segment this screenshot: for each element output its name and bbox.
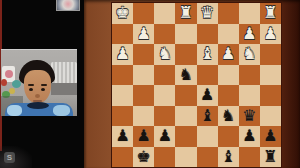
piece-black-pawn: ♟ — [200, 87, 214, 103]
piece-white-pawn: ♟ — [242, 26, 256, 42]
video-call-panel: S — [0, 0, 84, 168]
square-a2[interactable]: ♟ — [260, 24, 281, 45]
square-a7[interactable]: ♟ — [260, 126, 281, 147]
person-eyebrow-left — [28, 84, 34, 86]
square-h5[interactable] — [112, 85, 133, 106]
square-c4[interactable] — [218, 65, 239, 86]
person-face — [24, 70, 51, 103]
square-g7[interactable]: ♟ — [133, 126, 154, 147]
piece-white-rook: ♜ — [179, 5, 193, 21]
piece-black-pawn: ♟ — [137, 128, 151, 144]
piece-white-queen: ♛ — [200, 5, 214, 21]
square-e8[interactable] — [175, 147, 196, 168]
square-a3[interactable] — [260, 44, 281, 65]
piece-white-knight: ♞ — [158, 46, 172, 62]
square-g3[interactable] — [133, 44, 154, 65]
radiator — [51, 62, 77, 84]
piece-black-pawn: ♟ — [242, 128, 256, 144]
watermark-letter: S — [7, 154, 12, 162]
person-nose — [35, 94, 40, 98]
square-a1[interactable]: ♜ — [260, 3, 281, 24]
square-d6[interactable]: ♝ — [197, 106, 218, 127]
piece-black-pawn: ♟ — [158, 128, 172, 144]
square-d5[interactable]: ♟ — [197, 85, 218, 106]
square-c7[interactable] — [218, 126, 239, 147]
square-c6[interactable]: ♞ — [218, 106, 239, 127]
square-d3[interactable]: ♝ — [197, 44, 218, 65]
square-h8[interactable] — [112, 147, 133, 168]
square-f8[interactable] — [154, 147, 175, 168]
square-c1[interactable] — [218, 3, 239, 24]
square-e2[interactable] — [175, 24, 196, 45]
square-a5[interactable] — [260, 85, 281, 106]
square-f6[interactable] — [154, 106, 175, 127]
chin-shadow — [27, 102, 49, 109]
piece-white-rook: ♜ — [263, 5, 277, 21]
square-e5[interactable] — [175, 85, 196, 106]
square-f2[interactable] — [154, 24, 175, 45]
person-eye-left — [29, 88, 33, 91]
square-h4[interactable] — [112, 65, 133, 86]
square-e1[interactable]: ♜ — [175, 3, 196, 24]
square-b7[interactable]: ♟ — [239, 126, 260, 147]
square-b8[interactable] — [239, 147, 260, 168]
skype-watermark-icon: S — [4, 152, 15, 163]
shirt-pattern-right — [53, 105, 70, 116]
piece-black-knight: ♞ — [179, 67, 193, 83]
square-f1[interactable] — [154, 3, 175, 24]
square-h7[interactable]: ♟ — [112, 126, 133, 147]
square-g2[interactable]: ♟ — [133, 24, 154, 45]
square-h1[interactable]: ♚ — [112, 3, 133, 24]
square-d8[interactable] — [197, 147, 218, 168]
square-g8[interactable]: ♚ — [133, 147, 154, 168]
square-d2[interactable] — [197, 24, 218, 45]
square-b4[interactable] — [239, 65, 260, 86]
square-e7[interactable] — [175, 126, 196, 147]
square-f3[interactable]: ♞ — [154, 44, 175, 65]
square-a6[interactable] — [260, 106, 281, 127]
square-a8[interactable]: ♜ — [260, 147, 281, 168]
participant-video-small[interactable] — [56, 0, 80, 11]
radiator-shadow — [51, 83, 77, 95]
square-h2[interactable] — [112, 24, 133, 45]
square-c5[interactable] — [218, 85, 239, 106]
piece-white-king: ♚ — [115, 5, 129, 21]
square-c3[interactable]: ♟ — [218, 44, 239, 65]
square-d1[interactable]: ♛ — [197, 3, 218, 24]
square-f4[interactable] — [154, 65, 175, 86]
square-d7[interactable] — [197, 126, 218, 147]
square-g6[interactable] — [133, 106, 154, 127]
piece-black-pawn: ♟ — [263, 128, 277, 144]
square-c2[interactable] — [218, 24, 239, 45]
square-b2[interactable]: ♟ — [239, 24, 260, 45]
square-h3[interactable]: ♟ — [112, 44, 133, 65]
piece-black-rook: ♜ — [263, 149, 277, 165]
piece-black-knight: ♞ — [221, 108, 235, 124]
square-g5[interactable] — [133, 85, 154, 106]
square-b1[interactable] — [239, 3, 260, 24]
square-d4[interactable] — [197, 65, 218, 86]
chess-board: ♚♜♛♜♟♟♟♟♞♝♟♞♞♟♝♞♛♟♟♟♟♟♚♝♜ — [111, 2, 282, 168]
piece-white-pawn: ♟ — [263, 26, 277, 42]
piece-black-bishop: ♝ — [200, 108, 214, 124]
shirt-pattern-left — [7, 105, 22, 116]
square-f7[interactable]: ♟ — [154, 126, 175, 147]
square-h6[interactable] — [112, 106, 133, 127]
square-e6[interactable] — [175, 106, 196, 127]
square-g1[interactable] — [133, 3, 154, 24]
square-e4[interactable]: ♞ — [175, 65, 196, 86]
piece-white-pawn: ♟ — [221, 46, 235, 62]
person-eye-right — [41, 88, 45, 91]
piece-white-pawn: ♟ — [115, 46, 129, 62]
square-f5[interactable] — [154, 85, 175, 106]
piece-black-queen: ♛ — [242, 108, 256, 124]
participant-video-main[interactable] — [1, 49, 77, 116]
piece-black-bishop: ♝ — [221, 149, 235, 165]
piece-black-king: ♚ — [137, 149, 151, 165]
person-eyebrow-right — [41, 84, 47, 86]
piece-white-bishop: ♝ — [200, 46, 214, 62]
piece-white-knight: ♞ — [242, 46, 256, 62]
toy-red — [1, 79, 7, 86]
piece-white-pawn: ♟ — [137, 26, 151, 42]
square-b3[interactable]: ♞ — [239, 44, 260, 65]
square-b6[interactable]: ♛ — [239, 106, 260, 127]
toy-pink — [5, 70, 13, 78]
square-b5[interactable] — [239, 85, 260, 106]
chess-board-frame: ♚♜♛♜♟♟♟♟♞♝♟♞♞♟♝♞♛♟♟♟♟♟♚♝♜ — [84, 0, 300, 168]
piece-black-pawn: ♟ — [115, 128, 129, 144]
square-e3[interactable] — [175, 44, 196, 65]
square-c8[interactable]: ♝ — [218, 147, 239, 168]
square-a4[interactable] — [260, 65, 281, 86]
square-g4[interactable] — [133, 65, 154, 86]
